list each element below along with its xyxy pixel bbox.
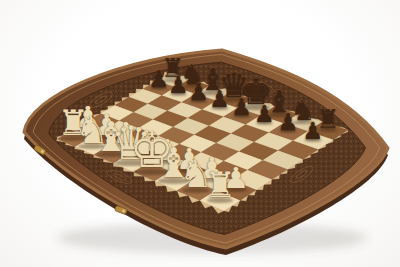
piece-black-pawn-g7[interactable]: ♟ [277, 110, 300, 133]
piece-black-pawn-c7[interactable]: ♟ [187, 80, 210, 103]
piece-black-pawn-e7[interactable]: ♟ [230, 95, 253, 118]
piece-black-pawn-h7[interactable]: ♟ [301, 119, 324, 142]
piece-glyph: ♟ [187, 80, 210, 103]
piece-black-pawn-f7[interactable]: ♟ [253, 102, 276, 125]
piece-glyph: ♟ [230, 95, 253, 118]
piece-glyph: ♟ [301, 119, 324, 142]
chess-set-photo: ♜♞♟♝♟♛♟♚♟♝♟♞♟♟♜♟♟♜♟♟♞♟♝♟♛♟♚♟♝♟♞♜ [0, 0, 400, 267]
piece-glyph: ♜ [202, 168, 237, 203]
piece-black-pawn-d7[interactable]: ♟ [208, 87, 231, 110]
piece-white-rook-h1[interactable]: ♜ [202, 168, 237, 203]
piece-glyph: ♟ [277, 110, 300, 133]
piece-glyph: ♟ [253, 102, 276, 125]
piece-glyph: ♟ [208, 87, 231, 110]
